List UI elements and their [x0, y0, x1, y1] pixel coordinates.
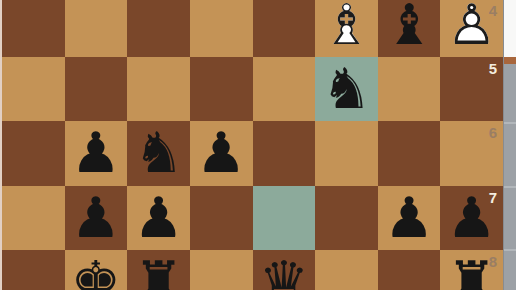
piece-black-pawn[interactable]: ♟ [65, 186, 128, 250]
square-g5[interactable] [65, 57, 128, 121]
square-e4[interactable] [190, 0, 253, 57]
square-f4[interactable] [127, 0, 190, 57]
scrollbar-position-marker [504, 57, 516, 64]
square-h6[interactable] [2, 121, 65, 185]
square-f7[interactable]: ♟ [127, 186, 190, 250]
scrollbar-separator [504, 249, 516, 251]
scrollbar-separator [504, 186, 516, 188]
square-f5[interactable] [127, 57, 190, 121]
piece-black-king[interactable]: ♚ [65, 250, 128, 290]
square-a7[interactable]: ♟7 [440, 186, 503, 250]
square-a6[interactable]: 6 [440, 121, 503, 185]
left-edge-strip [0, 0, 2, 290]
scrollbar-top-segment [504, 0, 516, 57]
square-d7[interactable] [253, 186, 316, 250]
scrollbar-separator [504, 122, 516, 124]
rank-label-8: 8 [489, 253, 497, 270]
square-c7[interactable] [315, 186, 378, 250]
square-a4[interactable]: ♟♙4 [440, 0, 503, 57]
square-d8[interactable]: ♛ [253, 250, 316, 290]
square-h8[interactable] [2, 250, 65, 290]
chess-board: ♝♗♝♟♙4♞5♟♞♟6♟♟♟♟7♚♜♛♜8 [2, 0, 503, 290]
square-a8[interactable]: ♜8 [440, 250, 503, 290]
square-c5[interactable]: ♞ [315, 57, 378, 121]
piece-black-rook[interactable]: ♜ [127, 250, 190, 290]
square-f8[interactable]: ♜ [127, 250, 190, 290]
piece-black-pawn[interactable]: ♟ [190, 121, 253, 185]
chess-app-frame: ♝♗♝♟♙4♞5♟♞♟6♟♟♟♟7♚♜♛♜8 [0, 0, 516, 290]
square-g6[interactable]: ♟ [65, 121, 128, 185]
square-b6[interactable] [378, 121, 441, 185]
piece-black-knight[interactable]: ♞ [315, 57, 378, 121]
square-c8[interactable] [315, 250, 378, 290]
square-g4[interactable] [65, 0, 128, 57]
piece-black-knight[interactable]: ♞ [127, 121, 190, 185]
square-c4[interactable]: ♝♗ [315, 0, 378, 57]
square-b4[interactable]: ♝ [378, 0, 441, 57]
square-c6[interactable] [315, 121, 378, 185]
square-f6[interactable]: ♞ [127, 121, 190, 185]
square-b7[interactable]: ♟ [378, 186, 441, 250]
white-bishop-outline: ♗ [315, 0, 378, 57]
square-e8[interactable] [190, 250, 253, 290]
square-h4[interactable] [2, 0, 65, 57]
piece-black-pawn[interactable]: ♟ [127, 186, 190, 250]
square-e5[interactable] [190, 57, 253, 121]
rank-label-5: 5 [489, 60, 497, 77]
square-d5[interactable] [253, 57, 316, 121]
square-g7[interactable]: ♟ [65, 186, 128, 250]
square-h7[interactable] [2, 186, 65, 250]
square-h5[interactable] [2, 57, 65, 121]
piece-black-pawn[interactable]: ♟ [65, 121, 128, 185]
square-d4[interactable] [253, 0, 316, 57]
piece-black-queen[interactable]: ♛ [253, 250, 316, 290]
rank-label-6: 6 [489, 124, 497, 141]
square-d6[interactable] [253, 121, 316, 185]
square-b8[interactable] [378, 250, 441, 290]
rank-label-4: 4 [489, 2, 497, 19]
square-a5[interactable]: 5 [440, 57, 503, 121]
square-e7[interactable] [190, 186, 253, 250]
piece-black-pawn[interactable]: ♟ [378, 186, 441, 250]
scrollbar[interactable] [503, 0, 516, 290]
piece-black-bishop[interactable]: ♝ [378, 0, 441, 57]
square-e6[interactable]: ♟ [190, 121, 253, 185]
rank-label-7: 7 [489, 189, 497, 206]
square-b5[interactable] [378, 57, 441, 121]
piece-white-bishop[interactable]: ♝♗ [315, 0, 378, 57]
square-g8[interactable]: ♚ [65, 250, 128, 290]
